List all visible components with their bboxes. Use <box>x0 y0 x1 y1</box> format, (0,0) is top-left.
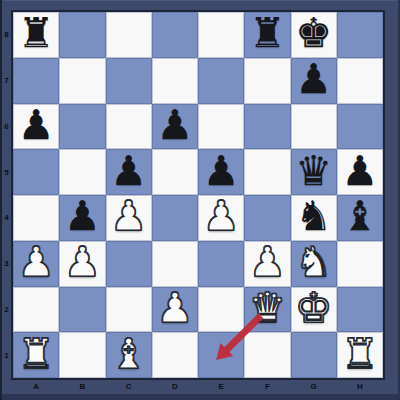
square-h5[interactable]: ♟ <box>337 149 383 195</box>
square-c8[interactable] <box>106 12 152 58</box>
square-c6[interactable] <box>106 104 152 150</box>
file-label-f: F <box>244 381 290 392</box>
square-a2[interactable] <box>13 287 59 333</box>
square-a4[interactable] <box>13 195 59 241</box>
square-d3[interactable] <box>152 241 198 287</box>
white-rook[interactable]: ♜ <box>18 334 55 375</box>
square-f4[interactable] <box>244 195 290 241</box>
square-a7[interactable] <box>13 58 59 104</box>
square-g1[interactable] <box>291 332 337 378</box>
file-label-b: B <box>59 381 105 392</box>
rank-label-6: 6 <box>0 104 13 150</box>
black-pawn[interactable]: ♟ <box>110 151 147 192</box>
square-c7[interactable] <box>106 58 152 104</box>
black-rook[interactable]: ♜ <box>18 13 55 54</box>
square-c2[interactable] <box>106 287 152 333</box>
square-f2[interactable]: ♛ <box>244 287 290 333</box>
rank-label-5: 5 <box>0 149 13 195</box>
black-pawn[interactable]: ♟ <box>156 105 193 146</box>
black-pawn[interactable]: ♟ <box>64 196 101 237</box>
black-pawn[interactable]: ♟ <box>203 151 240 192</box>
square-g3[interactable]: ♞ <box>291 241 337 287</box>
rank-label-1: 1 <box>0 332 13 378</box>
file-label-c: C <box>106 381 152 392</box>
square-e1[interactable] <box>198 332 244 378</box>
black-bishop[interactable]: ♝ <box>341 196 378 237</box>
square-h6[interactable] <box>337 104 383 150</box>
square-c3[interactable] <box>106 241 152 287</box>
white-queen[interactable]: ♛ <box>249 288 286 329</box>
square-e7[interactable] <box>198 58 244 104</box>
square-b1[interactable] <box>59 332 105 378</box>
square-h1[interactable]: ♜ <box>337 332 383 378</box>
rank-labels: 87654321 <box>0 12 13 378</box>
square-f8[interactable]: ♜ <box>244 12 290 58</box>
square-b4[interactable]: ♟ <box>59 195 105 241</box>
square-a6[interactable]: ♟ <box>13 104 59 150</box>
square-b2[interactable] <box>59 287 105 333</box>
square-h3[interactable] <box>337 241 383 287</box>
black-rook[interactable]: ♜ <box>249 13 286 54</box>
square-d4[interactable] <box>152 195 198 241</box>
square-d1[interactable] <box>152 332 198 378</box>
square-a5[interactable] <box>13 149 59 195</box>
black-pawn[interactable]: ♟ <box>18 105 55 146</box>
black-knight[interactable]: ♞ <box>295 196 332 237</box>
white-pawn[interactable]: ♟ <box>203 196 240 237</box>
square-a1[interactable]: ♜ <box>13 332 59 378</box>
white-pawn[interactable]: ♟ <box>64 242 101 283</box>
square-e6[interactable] <box>198 104 244 150</box>
square-h2[interactable] <box>337 287 383 333</box>
square-e3[interactable] <box>198 241 244 287</box>
white-pawn[interactable]: ♟ <box>249 242 286 283</box>
square-f3[interactable]: ♟ <box>244 241 290 287</box>
file-labels: ABCDEFGH <box>13 381 383 392</box>
rank-label-3: 3 <box>0 241 13 287</box>
square-b8[interactable] <box>59 12 105 58</box>
square-f6[interactable] <box>244 104 290 150</box>
white-rook[interactable]: ♜ <box>341 334 378 375</box>
square-b3[interactable]: ♟ <box>59 241 105 287</box>
white-knight[interactable]: ♞ <box>295 242 332 283</box>
black-king[interactable]: ♚ <box>295 13 332 54</box>
square-d6[interactable]: ♟ <box>152 104 198 150</box>
square-b6[interactable] <box>59 104 105 150</box>
square-e8[interactable] <box>198 12 244 58</box>
chess-diagram: 87654321 ABCDEFGH ♜♜♚♟♟♟♟♟♛♟♟♟♟♞♝♟♟♟♞♟♛♚… <box>0 0 400 400</box>
file-label-h: H <box>337 381 383 392</box>
square-g2[interactable]: ♚ <box>291 287 337 333</box>
square-c5[interactable]: ♟ <box>106 149 152 195</box>
square-c1[interactable]: ♝ <box>106 332 152 378</box>
file-label-a: A <box>13 381 59 392</box>
white-bishop[interactable]: ♝ <box>110 334 147 375</box>
square-f7[interactable] <box>244 58 290 104</box>
file-label-e: E <box>198 381 244 392</box>
chess-board[interactable]: ♜♜♚♟♟♟♟♟♛♟♟♟♟♞♝♟♟♟♞♟♛♚♜♝♜ <box>13 12 383 378</box>
square-d2[interactable]: ♟ <box>152 287 198 333</box>
square-h8[interactable] <box>337 12 383 58</box>
square-g6[interactable] <box>291 104 337 150</box>
rank-label-2: 2 <box>0 287 13 333</box>
square-g5[interactable]: ♛ <box>291 149 337 195</box>
square-e4[interactable]: ♟ <box>198 195 244 241</box>
square-e5[interactable]: ♟ <box>198 149 244 195</box>
square-g7[interactable]: ♟ <box>291 58 337 104</box>
rank-label-4: 4 <box>0 195 13 241</box>
square-b5[interactable] <box>59 149 105 195</box>
square-d7[interactable] <box>152 58 198 104</box>
square-f1[interactable] <box>244 332 290 378</box>
black-queen[interactable]: ♛ <box>295 151 332 192</box>
square-h4[interactable]: ♝ <box>337 195 383 241</box>
file-label-g: G <box>291 381 337 392</box>
square-g4[interactable]: ♞ <box>291 195 337 241</box>
square-a8[interactable]: ♜ <box>13 12 59 58</box>
white-king[interactable]: ♚ <box>295 288 332 329</box>
square-h7[interactable] <box>337 58 383 104</box>
square-b7[interactable] <box>59 58 105 104</box>
black-pawn[interactable]: ♟ <box>295 59 332 100</box>
square-e2[interactable] <box>198 287 244 333</box>
white-pawn[interactable]: ♟ <box>110 196 147 237</box>
square-c4[interactable]: ♟ <box>106 195 152 241</box>
rank-label-7: 7 <box>0 58 13 104</box>
square-d8[interactable] <box>152 12 198 58</box>
square-d5[interactable] <box>152 149 198 195</box>
file-label-d: D <box>152 381 198 392</box>
square-a3[interactable]: ♟ <box>13 241 59 287</box>
rank-label-8: 8 <box>0 12 13 58</box>
white-pawn[interactable]: ♟ <box>18 242 55 283</box>
black-pawn[interactable]: ♟ <box>341 151 378 192</box>
square-g8[interactable]: ♚ <box>291 12 337 58</box>
white-pawn[interactable]: ♟ <box>156 288 193 329</box>
square-f5[interactable] <box>244 149 290 195</box>
